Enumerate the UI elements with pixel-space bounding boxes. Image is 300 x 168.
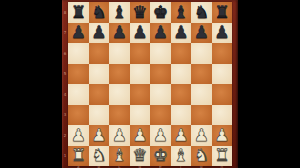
piece-black-pawn[interactable]: ♟ (194, 24, 209, 41)
square-d5[interactable] (130, 64, 151, 85)
square-b4[interactable] (89, 84, 110, 105)
square-a2[interactable]: ♟ (68, 125, 89, 146)
square-d4[interactable] (130, 84, 151, 105)
square-b7[interactable]: ♟ (89, 23, 110, 44)
piece-white-pawn[interactable]: ♟ (214, 126, 229, 143)
square-d1[interactable]: ♛ (130, 146, 151, 167)
piece-white-queen[interactable]: ♛ (132, 147, 147, 164)
piece-white-pawn[interactable]: ♟ (132, 126, 147, 143)
square-g1[interactable]: ♞ (191, 146, 212, 167)
piece-white-rook[interactable]: ♜ (71, 147, 86, 164)
piece-white-pawn[interactable]: ♟ (112, 126, 127, 143)
square-f3[interactable] (171, 105, 192, 126)
piece-black-bishop[interactable]: ♝ (173, 3, 188, 20)
screenshot-canvas: 87654321 abcdefgh ♜♞♝♛♚♝♞♜♟♟♟♟♟♟♟♟♟♟♟♟♟♟… (0, 0, 300, 168)
chess-board-frame: 87654321 abcdefgh ♜♞♝♛♚♝♞♜♟♟♟♟♟♟♟♟♟♟♟♟♟♟… (62, 0, 238, 168)
square-c7[interactable]: ♟ (109, 23, 130, 44)
piece-white-bishop[interactable]: ♝ (173, 147, 188, 164)
square-a6[interactable] (68, 43, 89, 64)
piece-white-knight[interactable]: ♞ (91, 147, 106, 164)
square-a4[interactable] (68, 84, 89, 105)
square-f1[interactable]: ♝ (171, 146, 192, 167)
piece-black-rook[interactable]: ♜ (214, 3, 229, 20)
square-d7[interactable]: ♟ (130, 23, 151, 44)
piece-white-pawn[interactable]: ♟ (91, 126, 106, 143)
square-g4[interactable] (191, 84, 212, 105)
square-d6[interactable] (130, 43, 151, 64)
piece-black-pawn[interactable]: ♟ (214, 24, 229, 41)
piece-white-knight[interactable]: ♞ (194, 147, 209, 164)
square-h3[interactable] (212, 105, 233, 126)
square-b6[interactable] (89, 43, 110, 64)
square-h5[interactable] (212, 64, 233, 85)
square-g3[interactable] (191, 105, 212, 126)
square-h8[interactable]: ♜ (212, 2, 233, 23)
square-e1[interactable]: ♚ (150, 146, 171, 167)
piece-black-pawn[interactable]: ♟ (91, 24, 106, 41)
square-f7[interactable]: ♟ (171, 23, 192, 44)
square-h1[interactable]: ♜ (212, 146, 233, 167)
square-d2[interactable]: ♟ (130, 125, 151, 146)
piece-black-queen[interactable]: ♛ (132, 3, 147, 20)
piece-black-pawn[interactable]: ♟ (173, 24, 188, 41)
chess-board: ♜♞♝♛♚♝♞♜♟♟♟♟♟♟♟♟♟♟♟♟♟♟♟♟♜♞♝♛♚♝♞♜ (68, 2, 232, 166)
square-f5[interactable] (171, 64, 192, 85)
piece-black-pawn[interactable]: ♟ (71, 24, 86, 41)
square-g6[interactable] (191, 43, 212, 64)
piece-black-knight[interactable]: ♞ (194, 3, 209, 20)
square-c3[interactable] (109, 105, 130, 126)
square-c1[interactable]: ♝ (109, 146, 130, 167)
square-b3[interactable] (89, 105, 110, 126)
square-f6[interactable] (171, 43, 192, 64)
square-g7[interactable]: ♟ (191, 23, 212, 44)
piece-white-pawn[interactable]: ♟ (71, 126, 86, 143)
square-b5[interactable] (89, 64, 110, 85)
piece-black-knight[interactable]: ♞ (91, 3, 106, 20)
square-h7[interactable]: ♟ (212, 23, 233, 44)
piece-white-pawn[interactable]: ♟ (153, 126, 168, 143)
square-e2[interactable]: ♟ (150, 125, 171, 146)
square-h6[interactable] (212, 43, 233, 64)
square-f8[interactable]: ♝ (171, 2, 192, 23)
piece-black-pawn[interactable]: ♟ (112, 24, 127, 41)
square-f4[interactable] (171, 84, 192, 105)
square-h2[interactable]: ♟ (212, 125, 233, 146)
piece-white-bishop[interactable]: ♝ (112, 147, 127, 164)
piece-white-rook[interactable]: ♜ (214, 147, 229, 164)
piece-black-rook[interactable]: ♜ (71, 3, 86, 20)
square-c5[interactable] (109, 64, 130, 85)
square-c2[interactable]: ♟ (109, 125, 130, 146)
piece-black-pawn[interactable]: ♟ (132, 24, 147, 41)
square-a5[interactable] (68, 64, 89, 85)
piece-black-pawn[interactable]: ♟ (153, 24, 168, 41)
square-a3[interactable] (68, 105, 89, 126)
square-f2[interactable]: ♟ (171, 125, 192, 146)
piece-white-pawn[interactable]: ♟ (173, 126, 188, 143)
square-a1[interactable]: ♜ (68, 146, 89, 167)
square-g8[interactable]: ♞ (191, 2, 212, 23)
square-h4[interactable] (212, 84, 233, 105)
piece-white-king[interactable]: ♚ (153, 147, 168, 164)
square-g2[interactable]: ♟ (191, 125, 212, 146)
square-a7[interactable]: ♟ (68, 23, 89, 44)
square-e6[interactable] (150, 43, 171, 64)
square-c4[interactable] (109, 84, 130, 105)
square-b1[interactable]: ♞ (89, 146, 110, 167)
square-b8[interactable]: ♞ (89, 2, 110, 23)
square-d3[interactable] (130, 105, 151, 126)
square-e4[interactable] (150, 84, 171, 105)
piece-white-pawn[interactable]: ♟ (194, 126, 209, 143)
square-c6[interactable] (109, 43, 130, 64)
square-d8[interactable]: ♛ (130, 2, 151, 23)
square-e3[interactable] (150, 105, 171, 126)
square-e8[interactable]: ♚ (150, 2, 171, 23)
square-b2[interactable]: ♟ (89, 125, 110, 146)
square-e7[interactable]: ♟ (150, 23, 171, 44)
square-e5[interactable] (150, 64, 171, 85)
piece-black-king[interactable]: ♚ (153, 3, 168, 20)
square-a8[interactable]: ♜ (68, 2, 89, 23)
square-g5[interactable] (191, 64, 212, 85)
square-c8[interactable]: ♝ (109, 2, 130, 23)
piece-black-bishop[interactable]: ♝ (112, 3, 127, 20)
